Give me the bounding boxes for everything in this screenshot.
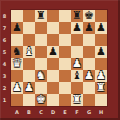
- square-h2[interactable]: ♜: [95, 82, 107, 94]
- square-c3[interactable]: ♞: [35, 70, 47, 82]
- file-label-c: C: [35, 106, 47, 120]
- piece-black-pawn[interactable]: ♟: [71, 22, 83, 34]
- file-label-e: E: [59, 106, 71, 120]
- file-label-b: B: [23, 106, 35, 120]
- piece-white-queen[interactable]: ♛: [11, 58, 23, 70]
- piece-black-pawn[interactable]: ♟: [11, 22, 23, 34]
- square-e6[interactable]: [59, 34, 71, 46]
- piece-black-rook[interactable]: ♜: [35, 10, 47, 22]
- piece-black-pawn[interactable]: ♟: [83, 22, 95, 34]
- piece-white-pawn[interactable]: ♟: [11, 82, 23, 94]
- piece-black-pawn[interactable]: ♟: [95, 46, 107, 58]
- square-c5[interactable]: [35, 46, 47, 58]
- file-label-f: F: [71, 106, 83, 120]
- piece-white-pawn[interactable]: ♟: [23, 82, 35, 94]
- square-d2[interactable]: [47, 82, 59, 94]
- square-g1[interactable]: [83, 94, 95, 106]
- chessboard[interactable]: ♜♜♚♟♟♟♟♞♝♟♟♛♟♞♝♟♟♟♟♜♚♜: [11, 10, 107, 106]
- piece-black-pawn[interactable]: ♟: [47, 46, 59, 58]
- file-label-d: D: [47, 106, 59, 120]
- square-g5[interactable]: [83, 46, 95, 58]
- piece-white-rook[interactable]: ♜: [71, 94, 83, 106]
- square-c7[interactable]: [35, 22, 47, 34]
- square-b5[interactable]: ♝: [23, 46, 35, 58]
- piece-white-knight[interactable]: ♞: [35, 70, 47, 82]
- rank-label-7: 7: [0, 22, 9, 34]
- square-a7[interactable]: ♟: [11, 22, 23, 34]
- square-d4[interactable]: [47, 58, 59, 70]
- square-f3[interactable]: ♝: [71, 70, 83, 82]
- rank-label-3: 3: [0, 70, 9, 82]
- square-e4[interactable]: [59, 58, 71, 70]
- square-b7[interactable]: [23, 22, 35, 34]
- file-label-a: A: [11, 106, 23, 120]
- file-label-h: H: [95, 106, 107, 120]
- square-c6[interactable]: [35, 34, 47, 46]
- square-h7[interactable]: ♟: [95, 22, 107, 34]
- square-h1[interactable]: [95, 94, 107, 106]
- board-frame: 87654321 ♜♜♚♟♟♟♟♞♝♟♟♛♟♞♝♟♟♟♟♜♚♜ ABCDEFGH: [0, 0, 120, 120]
- square-d1[interactable]: [47, 94, 59, 106]
- square-a1[interactable]: [11, 94, 23, 106]
- square-d8[interactable]: [47, 10, 59, 22]
- square-g2[interactable]: [83, 82, 95, 94]
- rank-label-6: 6: [0, 34, 9, 46]
- square-e7[interactable]: [59, 22, 71, 34]
- file-label-g: G: [83, 106, 95, 120]
- square-c8[interactable]: ♜: [35, 10, 47, 22]
- rank-label-4: 4: [0, 58, 9, 70]
- rank-label-1: 1: [0, 94, 9, 106]
- square-f6[interactable]: [71, 34, 83, 46]
- square-a4[interactable]: ♛: [11, 58, 23, 70]
- piece-white-rook[interactable]: ♜: [95, 82, 107, 94]
- square-g3[interactable]: ♟: [83, 70, 95, 82]
- square-d7[interactable]: [47, 22, 59, 34]
- rank-label-5: 5: [0, 46, 9, 58]
- square-g7[interactable]: ♟: [83, 22, 95, 34]
- square-b1[interactable]: [23, 94, 35, 106]
- square-e5[interactable]: [59, 46, 71, 58]
- rank-label-2: 2: [0, 82, 9, 94]
- piece-black-bishop[interactable]: ♝: [71, 70, 83, 82]
- square-h5[interactable]: ♟: [95, 46, 107, 58]
- square-f1[interactable]: ♜: [71, 94, 83, 106]
- square-b8[interactable]: [23, 10, 35, 22]
- square-g6[interactable]: [83, 34, 95, 46]
- square-e1[interactable]: [59, 94, 71, 106]
- square-c1[interactable]: ♚: [35, 94, 47, 106]
- square-e3[interactable]: [59, 70, 71, 82]
- square-f7[interactable]: ♟: [71, 22, 83, 34]
- rank-label-8: 8: [0, 10, 9, 22]
- file-labels: ABCDEFGH: [11, 106, 107, 120]
- square-d3[interactable]: [47, 70, 59, 82]
- rank-labels: 87654321: [0, 10, 11, 106]
- piece-white-bishop[interactable]: ♝: [23, 46, 35, 58]
- square-d5[interactable]: ♟: [47, 46, 59, 58]
- square-b4[interactable]: [23, 58, 35, 70]
- piece-black-pawn[interactable]: ♟: [95, 22, 107, 34]
- square-a2[interactable]: ♟: [11, 82, 23, 94]
- square-e8[interactable]: [59, 10, 71, 22]
- piece-white-king[interactable]: ♚: [35, 94, 47, 106]
- square-b2[interactable]: ♟: [23, 82, 35, 94]
- square-e2[interactable]: [59, 82, 71, 94]
- piece-white-pawn[interactable]: ♟: [83, 70, 95, 82]
